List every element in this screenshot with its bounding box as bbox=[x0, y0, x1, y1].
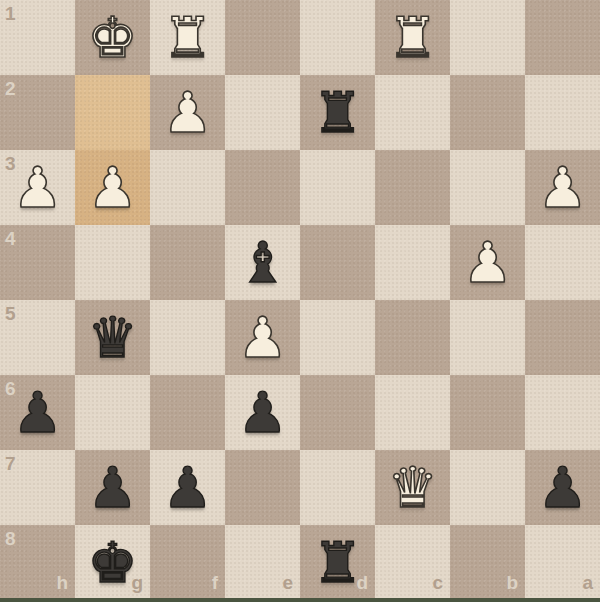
square-e3[interactable] bbox=[225, 150, 300, 225]
square-b1[interactable] bbox=[450, 0, 525, 75]
chess-app-stage: 1♚♜♜2♟♜3♟♟♟4♝♟5♛♟6♟♟7♟♟♛♟8hg♚fed♜cba bbox=[0, 0, 600, 602]
square-b4[interactable]: ♟ bbox=[450, 225, 525, 300]
square-d8[interactable]: d♜ bbox=[300, 525, 375, 600]
file-label-a: a bbox=[582, 572, 593, 594]
white-rook-piece[interactable]: ♜ bbox=[375, 0, 450, 75]
square-a7[interactable]: ♟ bbox=[525, 450, 600, 525]
square-c5[interactable] bbox=[375, 300, 450, 375]
square-f4[interactable] bbox=[150, 225, 225, 300]
square-c6[interactable] bbox=[375, 375, 450, 450]
square-e8[interactable]: e bbox=[225, 525, 300, 600]
white-pawn-piece[interactable]: ♟ bbox=[450, 225, 525, 300]
black-king-piece[interactable]: ♚ bbox=[75, 525, 150, 600]
square-e5[interactable]: ♟ bbox=[225, 300, 300, 375]
square-d1[interactable] bbox=[300, 0, 375, 75]
square-b3[interactable] bbox=[450, 150, 525, 225]
square-h4[interactable]: 4 bbox=[0, 225, 75, 300]
rank-label-1: 1 bbox=[5, 3, 16, 25]
square-e6[interactable]: ♟ bbox=[225, 375, 300, 450]
square-g5[interactable]: ♛ bbox=[75, 300, 150, 375]
square-d4[interactable] bbox=[300, 225, 375, 300]
square-a5[interactable] bbox=[525, 300, 600, 375]
square-f7[interactable]: ♟ bbox=[150, 450, 225, 525]
square-c8[interactable]: c bbox=[375, 525, 450, 600]
square-b8[interactable]: b bbox=[450, 525, 525, 600]
square-e7[interactable] bbox=[225, 450, 300, 525]
white-queen-piece[interactable]: ♛ bbox=[375, 450, 450, 525]
square-e1[interactable] bbox=[225, 0, 300, 75]
white-king-piece[interactable]: ♚ bbox=[75, 0, 150, 75]
square-f3[interactable] bbox=[150, 150, 225, 225]
square-c1[interactable]: ♜ bbox=[375, 0, 450, 75]
square-c4[interactable] bbox=[375, 225, 450, 300]
square-h1[interactable]: 1 bbox=[0, 0, 75, 75]
square-b5[interactable] bbox=[450, 300, 525, 375]
square-g1[interactable]: ♚ bbox=[75, 0, 150, 75]
square-f8[interactable]: f bbox=[150, 525, 225, 600]
black-pawn-piece[interactable]: ♟ bbox=[0, 375, 75, 450]
black-pawn-piece[interactable]: ♟ bbox=[525, 450, 600, 525]
square-a3[interactable]: ♟ bbox=[525, 150, 600, 225]
rank-label-2: 2 bbox=[5, 78, 16, 100]
square-g7[interactable]: ♟ bbox=[75, 450, 150, 525]
square-c3[interactable] bbox=[375, 150, 450, 225]
square-h7[interactable]: 7 bbox=[0, 450, 75, 525]
square-g2[interactable] bbox=[75, 75, 150, 150]
file-label-c: c bbox=[432, 572, 443, 594]
square-g4[interactable] bbox=[75, 225, 150, 300]
rank-label-7: 7 bbox=[5, 453, 16, 475]
black-rook-piece[interactable]: ♜ bbox=[300, 525, 375, 600]
rank-label-5: 5 bbox=[5, 303, 16, 325]
square-a6[interactable] bbox=[525, 375, 600, 450]
square-c7[interactable]: ♛ bbox=[375, 450, 450, 525]
file-label-f: f bbox=[212, 572, 218, 594]
rank-label-8: 8 bbox=[5, 528, 16, 550]
black-rook-piece[interactable]: ♜ bbox=[300, 75, 375, 150]
chess-board: 1♚♜♜2♟♜3♟♟♟4♝♟5♛♟6♟♟7♟♟♛♟8hg♚fed♜cba bbox=[0, 0, 600, 600]
square-h2[interactable]: 2 bbox=[0, 75, 75, 150]
square-h6[interactable]: 6♟ bbox=[0, 375, 75, 450]
square-h3[interactable]: 3♟ bbox=[0, 150, 75, 225]
square-f2[interactable]: ♟ bbox=[150, 75, 225, 150]
black-queen-piece[interactable]: ♛ bbox=[75, 300, 150, 375]
square-e2[interactable] bbox=[225, 75, 300, 150]
square-f6[interactable] bbox=[150, 375, 225, 450]
square-c2[interactable] bbox=[375, 75, 450, 150]
square-d3[interactable] bbox=[300, 150, 375, 225]
black-bishop-piece[interactable]: ♝ bbox=[225, 225, 300, 300]
square-d7[interactable] bbox=[300, 450, 375, 525]
white-pawn-piece[interactable]: ♟ bbox=[525, 150, 600, 225]
white-rook-piece[interactable]: ♜ bbox=[150, 0, 225, 75]
rank-label-4: 4 bbox=[5, 228, 16, 250]
bottom-bar bbox=[0, 598, 600, 602]
square-a4[interactable] bbox=[525, 225, 600, 300]
file-label-e: e bbox=[282, 572, 293, 594]
file-label-h: h bbox=[56, 572, 68, 594]
white-pawn-piece[interactable]: ♟ bbox=[225, 300, 300, 375]
white-pawn-piece[interactable]: ♟ bbox=[75, 150, 150, 225]
square-a2[interactable] bbox=[525, 75, 600, 150]
black-pawn-piece[interactable]: ♟ bbox=[225, 375, 300, 450]
file-label-b: b bbox=[506, 572, 518, 594]
black-pawn-piece[interactable]: ♟ bbox=[150, 450, 225, 525]
square-d5[interactable] bbox=[300, 300, 375, 375]
square-b7[interactable] bbox=[450, 450, 525, 525]
square-g6[interactable] bbox=[75, 375, 150, 450]
square-d6[interactable] bbox=[300, 375, 375, 450]
square-b6[interactable] bbox=[450, 375, 525, 450]
square-a8[interactable]: a bbox=[525, 525, 600, 600]
white-pawn-piece[interactable]: ♟ bbox=[150, 75, 225, 150]
square-b2[interactable] bbox=[450, 75, 525, 150]
square-h8[interactable]: 8h bbox=[0, 525, 75, 600]
square-f1[interactable]: ♜ bbox=[150, 0, 225, 75]
square-h5[interactable]: 5 bbox=[0, 300, 75, 375]
square-g3[interactable]: ♟ bbox=[75, 150, 150, 225]
square-e4[interactable]: ♝ bbox=[225, 225, 300, 300]
square-g8[interactable]: g♚ bbox=[75, 525, 150, 600]
square-f5[interactable] bbox=[150, 300, 225, 375]
square-d2[interactable]: ♜ bbox=[300, 75, 375, 150]
black-pawn-piece[interactable]: ♟ bbox=[75, 450, 150, 525]
white-pawn-piece[interactable]: ♟ bbox=[0, 150, 75, 225]
square-a1[interactable] bbox=[525, 0, 600, 75]
